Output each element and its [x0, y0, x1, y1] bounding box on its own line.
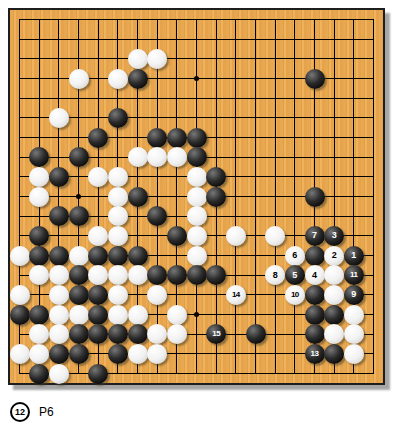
stone-black — [29, 305, 49, 325]
stone-black — [305, 285, 325, 305]
stone-black — [324, 305, 344, 325]
stone-black — [88, 364, 108, 384]
grid-line-vertical — [373, 19, 374, 374]
stone-white — [29, 344, 49, 364]
stone-white — [344, 344, 364, 364]
stone-black — [29, 246, 49, 266]
stone-white — [187, 226, 207, 246]
stone-black — [69, 147, 89, 167]
stone-black — [147, 206, 167, 226]
stone-black — [69, 344, 89, 364]
stone-black — [324, 344, 344, 364]
stone-black-move-9: 9 — [344, 285, 364, 305]
stone-black — [69, 265, 89, 285]
stone-white — [88, 265, 108, 285]
move-number-label: 15 — [212, 330, 220, 338]
grid-line-horizontal — [19, 373, 374, 374]
move-number-label: 8 — [273, 271, 278, 280]
grid-line-vertical — [275, 19, 276, 374]
stone-black — [167, 265, 187, 285]
stone-black — [305, 187, 325, 207]
stone-black — [305, 324, 325, 344]
move-number-label: 2 — [332, 251, 337, 260]
stone-black — [88, 305, 108, 325]
stone-white — [29, 187, 49, 207]
star-point — [194, 76, 199, 81]
stone-white — [108, 69, 128, 89]
stone-white — [69, 246, 89, 266]
stone-black — [206, 187, 226, 207]
stone-white — [29, 324, 49, 344]
stone-white — [88, 167, 108, 187]
stone-white — [167, 324, 187, 344]
stone-white-move-14: 14 — [226, 285, 246, 305]
stone-black-move-15: 15 — [206, 324, 226, 344]
stone-black-move-3: 3 — [324, 226, 344, 246]
stone-white — [69, 69, 89, 89]
stone-white — [10, 285, 30, 305]
stone-white — [10, 246, 30, 266]
stone-black — [29, 364, 49, 384]
grid-line-vertical — [235, 19, 236, 374]
stone-white-move-6: 6 — [285, 246, 305, 266]
move-number-label: 1 — [351, 251, 356, 260]
stone-white — [344, 324, 364, 344]
stone-white — [147, 344, 167, 364]
stone-black — [29, 147, 49, 167]
stone-black — [187, 128, 207, 148]
move-number-label: 9 — [351, 290, 356, 299]
stone-black — [187, 147, 207, 167]
stone-white — [187, 187, 207, 207]
move-number-label: 6 — [292, 251, 297, 260]
stone-black — [128, 324, 148, 344]
stone-white — [344, 305, 364, 325]
move-number-label: 7 — [312, 231, 317, 240]
stone-white — [108, 167, 128, 187]
star-point — [76, 194, 81, 199]
move-number-label: 13 — [311, 350, 319, 358]
stone-white — [108, 305, 128, 325]
stone-black — [69, 324, 89, 344]
stone-white-move-10: 10 — [285, 285, 305, 305]
stone-white — [147, 49, 167, 69]
stone-white — [167, 147, 187, 167]
move-number-label: 5 — [292, 271, 297, 280]
stone-white — [187, 246, 207, 266]
stone-black — [108, 246, 128, 266]
stone-white — [49, 285, 69, 305]
stone-black — [108, 108, 128, 128]
stone-white — [49, 265, 69, 285]
stone-black — [29, 226, 49, 246]
stone-white — [10, 344, 30, 364]
stone-white — [187, 167, 207, 187]
stone-black — [187, 265, 207, 285]
stone-black — [246, 324, 266, 344]
move-number-label: 11 — [350, 271, 357, 279]
grid-line-vertical — [294, 19, 295, 374]
stone-black — [10, 305, 30, 325]
stone-white — [128, 305, 148, 325]
move-location-label: P6 — [39, 405, 54, 419]
stone-white — [49, 108, 69, 128]
stone-white — [147, 285, 167, 305]
stone-white — [128, 49, 148, 69]
stone-white — [187, 206, 207, 226]
stone-black — [206, 167, 226, 187]
stone-black — [128, 69, 148, 89]
stone-black — [206, 265, 226, 285]
white-stone-move-12-marker: 12 — [10, 402, 30, 422]
stone-black — [88, 285, 108, 305]
stone-white — [324, 265, 344, 285]
stone-black — [305, 305, 325, 325]
stone-black — [108, 344, 128, 364]
stone-black-move-11: 11 — [344, 265, 364, 285]
stone-white — [324, 324, 344, 344]
stone-white — [88, 226, 108, 246]
star-point — [194, 312, 199, 317]
stone-white — [49, 364, 69, 384]
stone-white — [128, 344, 148, 364]
stone-white-move-8: 8 — [265, 265, 285, 285]
stone-black-move-7: 7 — [305, 226, 325, 246]
stone-white — [69, 305, 89, 325]
stone-black — [69, 285, 89, 305]
stone-white — [49, 305, 69, 325]
stone-black — [128, 246, 148, 266]
stone-white-move-4: 4 — [305, 265, 325, 285]
stone-white-move-2: 2 — [324, 246, 344, 266]
stone-white — [108, 226, 128, 246]
stone-black — [108, 324, 128, 344]
stone-black — [167, 226, 187, 246]
stone-white — [29, 167, 49, 187]
stone-white — [108, 285, 128, 305]
stone-black — [147, 265, 167, 285]
stone-white — [226, 226, 246, 246]
stone-white — [128, 147, 148, 167]
stone-black — [167, 128, 187, 148]
stone-black — [305, 246, 325, 266]
move-number-label: 4 — [312, 271, 317, 280]
stone-black — [49, 206, 69, 226]
stone-white — [147, 324, 167, 344]
stone-white — [128, 265, 148, 285]
grid-line-vertical — [255, 19, 256, 374]
stone-black — [49, 167, 69, 187]
stone-white — [108, 265, 128, 285]
stone-white — [324, 285, 344, 305]
move-number-label: 3 — [332, 231, 337, 240]
move-caption: 12 P6 — [10, 402, 54, 422]
stone-black — [88, 324, 108, 344]
stone-black — [88, 128, 108, 148]
stone-black — [49, 344, 69, 364]
stone-black — [88, 246, 108, 266]
move-number-label: 14 — [232, 291, 240, 299]
stone-white — [147, 147, 167, 167]
stone-black-move-1: 1 — [344, 246, 364, 266]
stone-white — [108, 206, 128, 226]
stone-black — [128, 187, 148, 207]
stone-white — [167, 305, 187, 325]
stone-white — [29, 265, 49, 285]
go-board: 7362185411141091513 — [8, 8, 385, 385]
stone-black — [147, 128, 167, 148]
stone-white — [108, 187, 128, 207]
stone-white — [49, 324, 69, 344]
stone-black — [305, 69, 325, 89]
stone-white — [265, 226, 285, 246]
move-number-label: 10 — [291, 291, 299, 299]
stone-black — [49, 246, 69, 266]
stone-black-move-13: 13 — [305, 344, 325, 364]
stone-black — [69, 206, 89, 226]
stone-black-move-5: 5 — [285, 265, 305, 285]
kifu-page: { "game": "Go (19x19, kifu diagram, move… — [0, 0, 400, 439]
